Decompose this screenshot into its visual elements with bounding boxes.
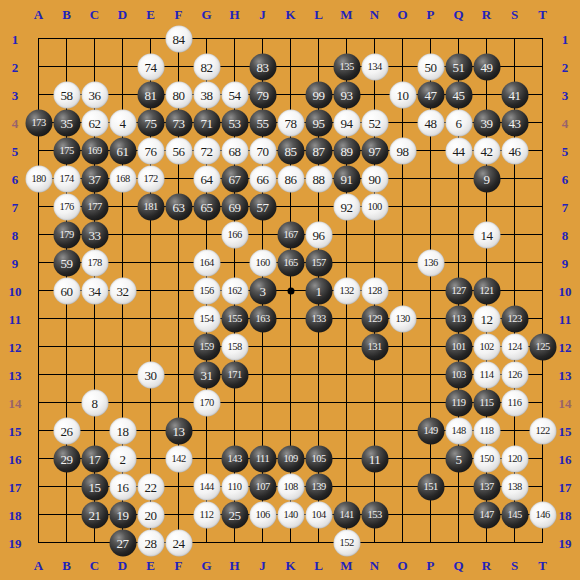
row-label-left: 6: [12, 172, 19, 185]
white-stone: 78: [277, 109, 304, 136]
white-stone: 34: [81, 277, 108, 304]
white-stone: 62: [81, 109, 108, 136]
white-stone: 138: [501, 473, 528, 500]
column-label-top: E: [146, 8, 155, 21]
white-stone: 72: [193, 137, 220, 164]
black-stone: 97: [361, 137, 388, 164]
black-stone: 31: [193, 361, 220, 388]
row-label-left: 12: [9, 340, 22, 353]
white-stone: 136: [417, 249, 444, 276]
black-stone: 85: [277, 137, 304, 164]
row-label-right: 8: [562, 228, 569, 241]
row-label-left: 3: [12, 88, 19, 101]
white-stone: 6: [445, 109, 472, 136]
white-stone: 68: [221, 137, 248, 164]
row-label-left: 19: [9, 536, 22, 549]
white-stone: 158: [221, 333, 248, 360]
column-label-top: D: [118, 8, 127, 21]
black-stone: 37: [81, 165, 108, 192]
black-stone: 29: [53, 445, 80, 472]
black-stone: 9: [473, 165, 500, 192]
black-stone: 181: [137, 193, 164, 220]
white-stone: 156: [193, 277, 220, 304]
black-stone: 21: [81, 501, 108, 528]
white-stone: 48: [417, 109, 444, 136]
black-stone: 35: [53, 109, 80, 136]
white-stone: 12: [473, 305, 500, 332]
white-stone: 86: [277, 165, 304, 192]
white-stone: 130: [389, 305, 416, 332]
white-stone: 152: [333, 529, 360, 556]
black-stone: 43: [501, 109, 528, 136]
black-stone: 133: [305, 305, 332, 332]
white-stone: 174: [53, 165, 80, 192]
white-stone: 42: [473, 137, 500, 164]
row-label-left: 10: [9, 284, 22, 297]
white-stone: 30: [137, 361, 164, 388]
white-stone: 100: [361, 193, 388, 220]
black-stone: 91: [333, 165, 360, 192]
white-stone: 96: [305, 221, 332, 248]
black-stone: 49: [473, 53, 500, 80]
white-stone: 66: [249, 165, 276, 192]
column-label-bottom: J: [259, 559, 266, 572]
column-label-top: N: [370, 8, 379, 21]
row-label-right: 14: [559, 396, 572, 409]
black-stone: 61: [109, 137, 136, 164]
white-stone: 120: [501, 445, 528, 472]
black-stone: 169: [81, 137, 108, 164]
white-stone: 18: [109, 417, 136, 444]
grid-line-vertical: [402, 38, 403, 543]
row-label-right: 3: [562, 88, 569, 101]
column-label-bottom: G: [201, 559, 211, 572]
black-stone: 63: [165, 193, 192, 220]
white-stone: 44: [445, 137, 472, 164]
white-stone: 90: [361, 165, 388, 192]
white-stone: 64: [193, 165, 220, 192]
black-stone: 125: [529, 333, 556, 360]
black-stone: 79: [249, 81, 276, 108]
white-stone: 176: [53, 193, 80, 220]
row-label-right: 7: [562, 200, 569, 213]
black-stone: 47: [417, 81, 444, 108]
white-stone: 52: [361, 109, 388, 136]
column-label-bottom: S: [511, 559, 518, 572]
row-label-right: 9: [562, 256, 569, 269]
white-stone: 114: [473, 361, 500, 388]
column-label-top: R: [482, 8, 491, 21]
white-stone: 10: [389, 81, 416, 108]
white-stone: 82: [193, 53, 220, 80]
black-stone: 25: [221, 501, 248, 528]
black-stone: 95: [305, 109, 332, 136]
white-stone: 110: [221, 473, 248, 500]
row-label-right: 6: [562, 172, 569, 185]
white-stone: 172: [137, 165, 164, 192]
white-stone: 154: [193, 305, 220, 332]
black-stone: 1: [305, 277, 332, 304]
black-stone: 131: [361, 333, 388, 360]
row-label-left: 17: [9, 480, 22, 493]
white-stone: 22: [137, 473, 164, 500]
white-stone: 46: [501, 137, 528, 164]
black-stone: 173: [25, 109, 52, 136]
white-stone: 94: [333, 109, 360, 136]
column-label-bottom: F: [175, 559, 183, 572]
white-stone: 122: [529, 417, 556, 444]
white-stone: 164: [193, 249, 220, 276]
white-stone: 98: [389, 137, 416, 164]
white-stone: 58: [53, 81, 80, 108]
black-stone: 119: [445, 389, 472, 416]
white-stone: 148: [445, 417, 472, 444]
black-stone: 155: [221, 305, 248, 332]
row-label-right: 4: [562, 116, 569, 129]
black-stone: 145: [501, 501, 528, 528]
column-label-top: C: [90, 8, 99, 21]
column-label-top: J: [259, 8, 266, 21]
black-stone: 147: [473, 501, 500, 528]
black-stone: 179: [53, 221, 80, 248]
row-label-left: 18: [9, 508, 22, 521]
row-label-left: 8: [12, 228, 19, 241]
white-stone: 76: [137, 137, 164, 164]
column-label-bottom: T: [538, 559, 547, 572]
column-label-bottom: K: [285, 559, 295, 572]
white-stone: 92: [333, 193, 360, 220]
column-label-top: H: [229, 8, 239, 21]
black-stone: 19: [109, 501, 136, 528]
black-stone: 165: [277, 249, 304, 276]
white-stone: 2: [109, 445, 136, 472]
white-stone: 102: [473, 333, 500, 360]
black-stone: 153: [361, 501, 388, 528]
white-stone: 84: [165, 25, 192, 52]
black-stone: 99: [305, 81, 332, 108]
column-label-bottom: L: [314, 559, 323, 572]
white-stone: 144: [193, 473, 220, 500]
black-stone: 101: [445, 333, 472, 360]
column-label-bottom: C: [90, 559, 99, 572]
row-label-left: 2: [12, 60, 19, 73]
black-stone: 71: [193, 109, 220, 136]
column-label-top: F: [175, 8, 183, 21]
white-stone: 112: [193, 501, 220, 528]
column-label-top: M: [340, 8, 352, 21]
black-stone: 83: [249, 53, 276, 80]
black-stone: 121: [473, 277, 500, 304]
white-stone: 108: [277, 473, 304, 500]
row-label-right: 17: [559, 480, 572, 493]
column-label-bottom: D: [118, 559, 127, 572]
black-stone: 159: [193, 333, 220, 360]
black-stone: 171: [221, 361, 248, 388]
black-stone: 13: [165, 417, 192, 444]
row-label-right: 2: [562, 60, 569, 73]
column-label-bottom: Q: [453, 559, 463, 572]
column-label-top: T: [538, 8, 547, 21]
black-stone: 5: [445, 445, 472, 472]
black-stone: 39: [473, 109, 500, 136]
white-stone: 24: [165, 529, 192, 556]
black-stone: 139: [305, 473, 332, 500]
row-label-right: 11: [559, 312, 571, 325]
white-stone: 116: [501, 389, 528, 416]
white-stone: 74: [137, 53, 164, 80]
white-stone: 38: [193, 81, 220, 108]
white-stone: 26: [53, 417, 80, 444]
black-stone: 115: [473, 389, 500, 416]
black-stone: 69: [221, 193, 248, 220]
column-label-top: G: [201, 8, 211, 21]
black-stone: 177: [81, 193, 108, 220]
white-stone: 20: [137, 501, 164, 528]
white-stone: 16: [109, 473, 136, 500]
column-label-top: Q: [453, 8, 463, 21]
white-stone: 160: [249, 249, 276, 276]
row-label-left: 15: [9, 424, 22, 437]
black-stone: 141: [333, 501, 360, 528]
white-stone: 150: [473, 445, 500, 472]
white-stone: 4: [109, 109, 136, 136]
white-stone: 28: [137, 529, 164, 556]
row-label-left: 14: [9, 396, 22, 409]
column-label-bottom: E: [146, 559, 155, 572]
grid-line-vertical: [542, 38, 543, 543]
white-stone: 126: [501, 361, 528, 388]
white-stone: 56: [165, 137, 192, 164]
row-label-right: 13: [559, 368, 572, 381]
black-stone: 41: [501, 81, 528, 108]
black-stone: 53: [221, 109, 248, 136]
row-label-right: 16: [559, 452, 572, 465]
row-label-right: 19: [559, 536, 572, 549]
row-label-left: 13: [9, 368, 22, 381]
black-stone: 67: [221, 165, 248, 192]
column-label-top: K: [285, 8, 295, 21]
column-label-bottom: B: [62, 559, 71, 572]
black-stone: 17: [81, 445, 108, 472]
row-label-right: 5: [562, 144, 569, 157]
white-stone: 60: [53, 277, 80, 304]
white-stone: 178: [81, 249, 108, 276]
column-label-bottom: P: [427, 559, 435, 572]
black-stone: 175: [53, 137, 80, 164]
row-label-left: 9: [12, 256, 19, 269]
row-label-left: 11: [9, 312, 21, 325]
black-stone: 45: [445, 81, 472, 108]
black-stone: 65: [193, 193, 220, 220]
column-label-top: S: [511, 8, 518, 21]
black-stone: 143: [221, 445, 248, 472]
white-stone: 88: [305, 165, 332, 192]
black-stone: 107: [249, 473, 276, 500]
black-stone: 11: [361, 445, 388, 472]
black-stone: 123: [501, 305, 528, 332]
black-stone: 87: [305, 137, 332, 164]
white-stone: 170: [193, 389, 220, 416]
white-stone: 106: [249, 501, 276, 528]
black-stone: 149: [417, 417, 444, 444]
black-stone: 27: [109, 529, 136, 556]
row-label-left: 7: [12, 200, 19, 213]
column-label-bottom: H: [229, 559, 239, 572]
white-stone: 14: [473, 221, 500, 248]
black-stone: 113: [445, 305, 472, 332]
black-stone: 157: [305, 249, 332, 276]
black-stone: 111: [249, 445, 276, 472]
column-label-top: P: [427, 8, 435, 21]
row-label-left: 5: [12, 144, 19, 157]
black-stone: 55: [249, 109, 276, 136]
white-stone: 54: [221, 81, 248, 108]
black-stone: 103: [445, 361, 472, 388]
white-stone: 166: [221, 221, 248, 248]
column-label-bottom: A: [34, 559, 43, 572]
column-label-bottom: M: [340, 559, 352, 572]
white-stone: 124: [501, 333, 528, 360]
black-stone: 105: [305, 445, 332, 472]
row-label-left: 1: [12, 32, 19, 45]
black-stone: 81: [137, 81, 164, 108]
column-label-bottom: O: [397, 559, 407, 572]
black-stone: 75: [137, 109, 164, 136]
black-stone: 57: [249, 193, 276, 220]
row-label-right: 15: [559, 424, 572, 437]
column-label-top: B: [62, 8, 71, 21]
column-label-top: A: [34, 8, 43, 21]
white-stone: 50: [417, 53, 444, 80]
row-label-right: 18: [559, 508, 572, 521]
row-label-right: 10: [559, 284, 572, 297]
white-stone: 132: [333, 277, 360, 304]
white-stone: 8: [81, 389, 108, 416]
row-label-right: 12: [559, 340, 572, 353]
white-stone: 140: [277, 501, 304, 528]
white-stone: 142: [165, 445, 192, 472]
black-stone: 59: [53, 249, 80, 276]
black-stone: 151: [417, 473, 444, 500]
black-stone: 135: [333, 53, 360, 80]
row-label-right: 1: [562, 32, 569, 45]
black-stone: 163: [249, 305, 276, 332]
black-stone: 129: [361, 305, 388, 332]
black-stone: 51: [445, 53, 472, 80]
black-stone: 3: [249, 277, 276, 304]
black-stone: 109: [277, 445, 304, 472]
column-label-top: O: [397, 8, 407, 21]
white-stone: 80: [165, 81, 192, 108]
white-stone: 162: [221, 277, 248, 304]
white-stone: 36: [81, 81, 108, 108]
column-label-bottom: N: [370, 559, 379, 572]
black-stone: 167: [277, 221, 304, 248]
column-label-bottom: R: [482, 559, 491, 572]
white-stone: 128: [361, 277, 388, 304]
black-stone: 15: [81, 473, 108, 500]
go-board[interactable]: AABBCCDDEEFFGGHHJJKKLLMMNNOOPPQQRRSSTT11…: [0, 0, 580, 580]
white-stone: 118: [473, 417, 500, 444]
black-stone: 73: [165, 109, 192, 136]
white-stone: 180: [25, 165, 52, 192]
black-stone: 33: [81, 221, 108, 248]
white-stone: 168: [109, 165, 136, 192]
white-stone: 104: [305, 501, 332, 528]
star-point: [287, 287, 294, 294]
black-stone: 93: [333, 81, 360, 108]
white-stone: 134: [361, 53, 388, 80]
column-label-top: L: [314, 8, 323, 21]
black-stone: 137: [473, 473, 500, 500]
black-stone: 89: [333, 137, 360, 164]
white-stone: 146: [529, 501, 556, 528]
row-label-left: 4: [12, 116, 19, 129]
row-label-left: 16: [9, 452, 22, 465]
black-stone: 127: [445, 277, 472, 304]
white-stone: 32: [109, 277, 136, 304]
white-stone: 70: [249, 137, 276, 164]
